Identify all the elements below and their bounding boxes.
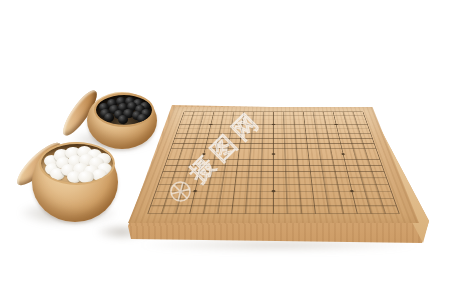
white-stones-in-bowl (39, 142, 115, 185)
hoshi-point (272, 153, 275, 155)
hoshi-point (193, 190, 197, 192)
hoshi-point (334, 124, 337, 125)
black-stones-in-bowl (94, 93, 154, 127)
go-grid (128, 107, 419, 223)
hoshi-point (272, 124, 275, 125)
black-go-stone (118, 115, 128, 124)
goban-playing-surface (128, 107, 419, 223)
black-go-stone (104, 113, 114, 122)
hoshi-point (350, 190, 354, 192)
hoshi-point (272, 190, 276, 192)
hoshi-point (202, 153, 206, 155)
go-board-scene: 摄图网 (0, 0, 450, 300)
hoshi-point (209, 124, 212, 125)
hoshi-point (341, 153, 345, 155)
black-go-stone (137, 114, 147, 123)
white-go-stone (78, 171, 93, 183)
